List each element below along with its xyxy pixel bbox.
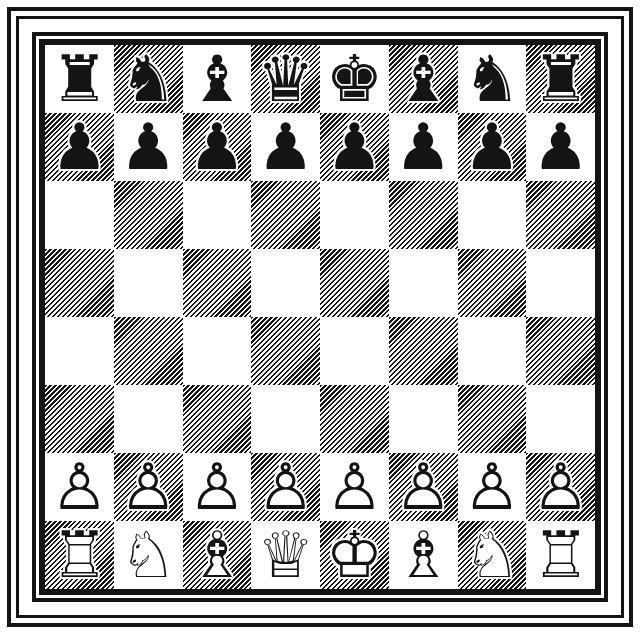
square-f6[interactable] (389, 181, 458, 249)
square-f7[interactable]: ♟ (389, 113, 458, 181)
piece-white-pawn[interactable]: ♙ (458, 453, 527, 521)
square-a4[interactable] (45, 317, 114, 385)
piece-white-pawn[interactable]: ♙ (389, 453, 458, 521)
piece-white-pawn[interactable]: ♙ (114, 453, 183, 521)
square-h5[interactable] (526, 249, 595, 317)
square-a3[interactable] (45, 385, 114, 453)
board-edge-rule: ♜♞♝♛♚♝♞♜♟♟♟♟♟♟♟♟♙♙♙♙♙♙♙♙♖♘♗♕♔♗♘♖ (39, 39, 601, 595)
square-e4[interactable] (320, 317, 389, 385)
square-d4[interactable] (251, 317, 320, 385)
piece-black-pawn[interactable]: ♟ (320, 113, 389, 181)
piece-black-bishop[interactable]: ♝ (183, 45, 252, 113)
square-g3[interactable] (458, 385, 527, 453)
outer-frame-rule: ♜♞♝♛♚♝♞♜♟♟♟♟♟♟♟♟♙♙♙♙♙♙♙♙♖♘♗♕♔♗♘♖ (7, 7, 633, 627)
square-d2[interactable]: ♙ (251, 453, 320, 521)
square-a7[interactable]: ♟ (45, 113, 114, 181)
piece-black-pawn[interactable]: ♟ (389, 113, 458, 181)
piece-white-pawn[interactable]: ♙ (526, 453, 595, 521)
square-a1[interactable]: ♖ (45, 521, 114, 589)
square-c3[interactable] (183, 385, 252, 453)
square-e3[interactable] (320, 385, 389, 453)
square-d3[interactable] (251, 385, 320, 453)
square-a2[interactable]: ♙ (45, 453, 114, 521)
square-c1[interactable]: ♗ (183, 521, 252, 589)
square-d8[interactable]: ♛ (251, 45, 320, 113)
piece-white-rook[interactable]: ♖ (45, 521, 114, 589)
square-b3[interactable] (114, 385, 183, 453)
square-a8[interactable]: ♜ (45, 45, 114, 113)
square-g1[interactable]: ♘ (458, 521, 527, 589)
piece-black-pawn[interactable]: ♟ (183, 113, 252, 181)
piece-black-pawn[interactable]: ♟ (45, 113, 114, 181)
piece-black-knight[interactable]: ♞ (458, 45, 527, 113)
square-g7[interactable]: ♟ (458, 113, 527, 181)
piece-white-pawn[interactable]: ♙ (183, 453, 252, 521)
piece-white-pawn[interactable]: ♙ (251, 453, 320, 521)
square-b8[interactable]: ♞ (114, 45, 183, 113)
square-c5[interactable] (183, 249, 252, 317)
square-b5[interactable] (114, 249, 183, 317)
square-a5[interactable] (45, 249, 114, 317)
square-c7[interactable]: ♟ (183, 113, 252, 181)
square-a6[interactable] (45, 181, 114, 249)
square-g4[interactable] (458, 317, 527, 385)
piece-black-pawn[interactable]: ♟ (251, 113, 320, 181)
piece-black-pawn[interactable]: ♟ (458, 113, 527, 181)
piece-white-bishop[interactable]: ♗ (183, 521, 252, 589)
square-h2[interactable]: ♙ (526, 453, 595, 521)
piece-black-king[interactable]: ♚ (320, 45, 389, 113)
square-d1[interactable]: ♕ (251, 521, 320, 589)
square-g8[interactable]: ♞ (458, 45, 527, 113)
square-f1[interactable]: ♗ (389, 521, 458, 589)
piece-white-pawn[interactable]: ♙ (45, 453, 114, 521)
square-c8[interactable]: ♝ (183, 45, 252, 113)
square-e8[interactable]: ♚ (320, 45, 389, 113)
piece-black-rook[interactable]: ♜ (526, 45, 595, 113)
square-b2[interactable]: ♙ (114, 453, 183, 521)
square-e6[interactable] (320, 181, 389, 249)
square-f5[interactable] (389, 249, 458, 317)
square-e5[interactable] (320, 249, 389, 317)
square-g6[interactable] (458, 181, 527, 249)
square-h6[interactable] (526, 181, 595, 249)
piece-black-queen[interactable]: ♛ (251, 45, 320, 113)
square-b7[interactable]: ♟ (114, 113, 183, 181)
square-h7[interactable]: ♟ (526, 113, 595, 181)
piece-white-knight[interactable]: ♘ (114, 521, 183, 589)
piece-black-pawn[interactable]: ♟ (114, 113, 183, 181)
board: ♜♞♝♛♚♝♞♜♟♟♟♟♟♟♟♟♙♙♙♙♙♙♙♙♖♘♗♕♔♗♘♖ (45, 45, 595, 589)
square-g5[interactable] (458, 249, 527, 317)
square-b4[interactable] (114, 317, 183, 385)
piece-white-pawn[interactable]: ♙ (320, 453, 389, 521)
square-h4[interactable] (526, 317, 595, 385)
chess-diagram-page: ♜♞♝♛♚♝♞♜♟♟♟♟♟♟♟♟♙♙♙♙♙♙♙♙♖♘♗♕♔♗♘♖ (0, 0, 640, 634)
square-b1[interactable]: ♘ (114, 521, 183, 589)
square-h3[interactable] (526, 385, 595, 453)
square-f2[interactable]: ♙ (389, 453, 458, 521)
square-d7[interactable]: ♟ (251, 113, 320, 181)
square-h8[interactable]: ♜ (526, 45, 595, 113)
square-d6[interactable] (251, 181, 320, 249)
square-c2[interactable]: ♙ (183, 453, 252, 521)
square-f8[interactable]: ♝ (389, 45, 458, 113)
square-d5[interactable] (251, 249, 320, 317)
piece-black-pawn[interactable]: ♟ (526, 113, 595, 181)
square-c6[interactable] (183, 181, 252, 249)
square-f3[interactable] (389, 385, 458, 453)
third-frame-rule: ♜♞♝♛♚♝♞♜♟♟♟♟♟♟♟♟♙♙♙♙♙♙♙♙♖♘♗♕♔♗♘♖ (32, 32, 608, 602)
square-c4[interactable] (183, 317, 252, 385)
second-frame-rule: ♜♞♝♛♚♝♞♜♟♟♟♟♟♟♟♟♙♙♙♙♙♙♙♙♖♘♗♕♔♗♘♖ (16, 16, 624, 618)
square-e2[interactable]: ♙ (320, 453, 389, 521)
piece-white-knight[interactable]: ♘ (458, 521, 527, 589)
square-f4[interactable] (389, 317, 458, 385)
square-g2[interactable]: ♙ (458, 453, 527, 521)
piece-black-bishop[interactable]: ♝ (389, 45, 458, 113)
piece-white-queen[interactable]: ♕ (251, 521, 320, 589)
piece-white-king[interactable]: ♔ (320, 521, 389, 589)
square-b6[interactable] (114, 181, 183, 249)
piece-black-rook[interactable]: ♜ (45, 45, 114, 113)
square-e7[interactable]: ♟ (320, 113, 389, 181)
square-h1[interactable]: ♖ (526, 521, 595, 589)
piece-white-rook[interactable]: ♖ (526, 521, 595, 589)
piece-black-knight[interactable]: ♞ (114, 45, 183, 113)
square-e1[interactable]: ♔ (320, 521, 389, 589)
piece-white-bishop[interactable]: ♗ (389, 521, 458, 589)
